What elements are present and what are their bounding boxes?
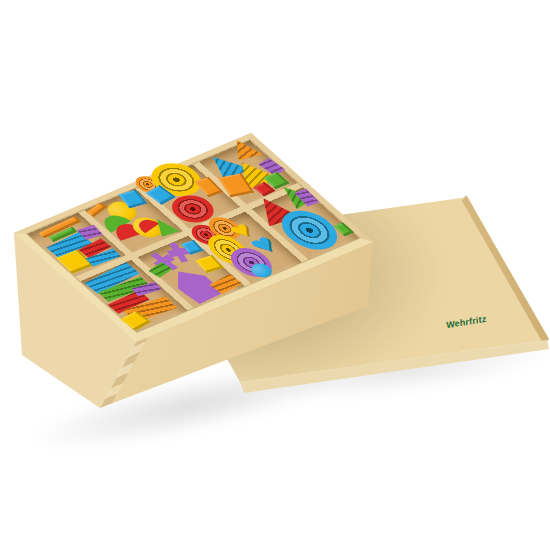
orange-triangle-stack	[224, 137, 262, 161]
product-photo-wooden-blocks-box: Wehrfritz ♥♥	[0, 0, 550, 550]
orange-stick	[87, 203, 108, 218]
